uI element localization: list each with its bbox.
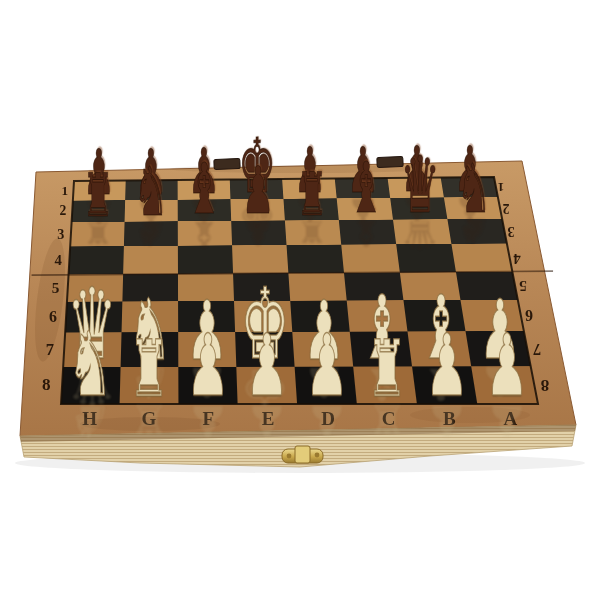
hinge-icon: [377, 156, 403, 167]
board-overlay: [0, 0, 600, 600]
brass-clasp-icon: [282, 446, 323, 463]
hinge-icon: [214, 159, 240, 170]
chess-set-photo: 1122334455667788HGFEDCBA ♟♟♟♚♟♟♟♟♜♞♝♟♜♝♛…: [0, 0, 600, 600]
board-border: [61, 177, 538, 404]
fold-seam: [32, 271, 554, 275]
